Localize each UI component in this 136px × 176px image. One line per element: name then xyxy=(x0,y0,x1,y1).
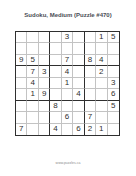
sudoku-cell-r1c1[interactable] xyxy=(16,32,27,43)
sudoku-cell-r2c3[interactable] xyxy=(39,43,50,54)
sudoku-cell-r8c1[interactable] xyxy=(16,112,27,123)
sudoku-cell-r2c7[interactable] xyxy=(85,43,96,54)
sudoku-cell-r6c4[interactable] xyxy=(50,89,61,100)
sudoku-cell-r4c3[interactable]: 3 xyxy=(39,66,50,77)
sudoku-cell-r7c1[interactable] xyxy=(16,101,27,112)
sudoku-cell-r9c2[interactable] xyxy=(27,124,38,135)
sudoku-cell-r2c6[interactable] xyxy=(73,43,84,54)
puzzle-title: Sudoku, Medium (Puzzle #470) xyxy=(0,12,136,18)
sudoku-cell-r5c4[interactable] xyxy=(50,78,61,89)
sudoku-cell-r4c5[interactable]: 4 xyxy=(62,66,73,77)
sudoku-cell-r6c8[interactable] xyxy=(96,89,107,100)
sudoku-cell-r4c1[interactable] xyxy=(16,66,27,77)
sudoku-cell-r2c8[interactable] xyxy=(96,43,107,54)
sudoku-cell-r4c6[interactable] xyxy=(73,66,84,77)
sudoku-cell-r5c9[interactable]: 3 xyxy=(108,78,119,89)
sudoku-cell-r8c7[interactable]: 7 xyxy=(85,112,96,123)
sudoku-cell-r9c6[interactable]: 6 xyxy=(73,124,84,135)
sudoku-cell-r1c2[interactable] xyxy=(27,32,38,43)
sudoku-cell-r2c9[interactable] xyxy=(108,43,119,54)
sudoku-cell-r3c2[interactable]: 5 xyxy=(27,55,38,66)
sudoku-cell-r6c1[interactable] xyxy=(16,89,27,100)
sudoku-cell-r2c4[interactable] xyxy=(50,43,61,54)
sudoku-cell-r7c6[interactable] xyxy=(73,101,84,112)
sudoku-cell-r3c6[interactable] xyxy=(73,55,84,66)
sudoku-cell-r7c7[interactable] xyxy=(85,101,96,112)
sudoku-cell-r7c9[interactable]: 5 xyxy=(108,101,119,112)
sudoku-cell-r9c5[interactable] xyxy=(62,124,73,135)
sudoku-cell-r4c7[interactable] xyxy=(85,66,96,77)
sudoku-cell-r7c2[interactable] xyxy=(27,101,38,112)
sudoku-cell-r9c1[interactable]: 7 xyxy=(16,124,27,135)
sudoku-cell-r8c4[interactable] xyxy=(50,112,61,123)
sudoku-cell-r9c3[interactable] xyxy=(39,124,50,135)
sudoku-cell-r9c9[interactable] xyxy=(108,124,119,135)
sudoku-cell-r4c2[interactable]: 7 xyxy=(27,66,38,77)
sudoku-board: 3159578473424131946856774621 xyxy=(15,31,120,136)
sudoku-cell-r2c2[interactable] xyxy=(27,43,38,54)
sudoku-cell-r6c5[interactable] xyxy=(62,89,73,100)
sudoku-cell-r3c8[interactable]: 4 xyxy=(96,55,107,66)
sudoku-cell-r9c7[interactable]: 2 xyxy=(85,124,96,135)
sudoku-cell-r8c6[interactable] xyxy=(73,112,84,123)
sudoku-cell-r1c5[interactable]: 3 xyxy=(62,32,73,43)
sudoku-cell-r2c1[interactable] xyxy=(16,43,27,54)
sudoku-cell-r4c8[interactable]: 2 xyxy=(96,66,107,77)
sudoku-cell-r5c1[interactable] xyxy=(16,78,27,89)
sudoku-cell-r3c3[interactable] xyxy=(39,55,50,66)
sudoku-cell-r7c8[interactable] xyxy=(96,101,107,112)
sudoku-cell-r6c3[interactable]: 9 xyxy=(39,89,50,100)
sudoku-cell-r1c4[interactable] xyxy=(50,32,61,43)
sudoku-cell-r1c9[interactable]: 5 xyxy=(108,32,119,43)
sudoku-cell-r6c7[interactable] xyxy=(85,89,96,100)
sudoku-cell-r6c2[interactable]: 1 xyxy=(27,89,38,100)
sudoku-cell-r5c6[interactable] xyxy=(73,78,84,89)
sudoku-cell-r1c6[interactable] xyxy=(73,32,84,43)
sudoku-cell-r3c4[interactable] xyxy=(50,55,61,66)
sudoku-cell-r5c5[interactable]: 1 xyxy=(62,78,73,89)
sudoku-cell-r1c3[interactable] xyxy=(39,32,50,43)
sudoku-cell-r4c4[interactable] xyxy=(50,66,61,77)
sudoku-cell-r7c4[interactable]: 8 xyxy=(50,101,61,112)
sudoku-cell-r3c5[interactable]: 7 xyxy=(62,55,73,66)
sudoku-cell-r7c3[interactable] xyxy=(39,101,50,112)
sudoku-cell-r5c8[interactable] xyxy=(96,78,107,89)
footer-url: www.puzzles.ca xyxy=(29,161,108,164)
sudoku-cell-r8c9[interactable] xyxy=(108,112,119,123)
sudoku-cell-r5c7[interactable] xyxy=(85,78,96,89)
sudoku-cell-r8c5[interactable]: 6 xyxy=(62,112,73,123)
sudoku-cell-r9c4[interactable]: 4 xyxy=(50,124,61,135)
sudoku-cell-r1c7[interactable] xyxy=(85,32,96,43)
sudoku-cell-r8c2[interactable] xyxy=(27,112,38,123)
sudoku-cell-r9c8[interactable]: 1 xyxy=(96,124,107,135)
sudoku-cell-r2c5[interactable] xyxy=(62,43,73,54)
sudoku-cell-r8c3[interactable] xyxy=(39,112,50,123)
sudoku-cell-r6c9[interactable]: 6 xyxy=(108,89,119,100)
sudoku-cell-r6c6[interactable]: 4 xyxy=(73,89,84,100)
sudoku-cell-r5c2[interactable]: 4 xyxy=(27,78,38,89)
sudoku-cell-r7c5[interactable] xyxy=(62,101,73,112)
sudoku-cell-r3c9[interactable] xyxy=(108,55,119,66)
sudoku-cell-r3c1[interactable]: 9 xyxy=(16,55,27,66)
sudoku-cell-r5c3[interactable] xyxy=(39,78,50,89)
sudoku-cell-r1c8[interactable]: 1 xyxy=(96,32,107,43)
sudoku-cell-r8c8[interactable] xyxy=(96,112,107,123)
sudoku-cell-r3c7[interactable]: 8 xyxy=(85,55,96,66)
sudoku-page: Sudoku, Medium (Puzzle #470) 31595784734… xyxy=(0,0,136,176)
sudoku-cell-r4c9[interactable] xyxy=(108,66,119,77)
